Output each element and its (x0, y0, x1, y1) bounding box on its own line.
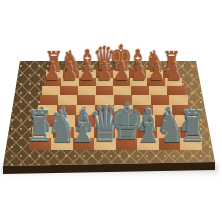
square-c6[interactable] (78, 86, 96, 95)
square-g6[interactable] (149, 86, 167, 95)
piece-copper-p-a7[interactable]: ♟ (44, 59, 61, 84)
piece-copper-p-g7[interactable]: ♟ (148, 59, 165, 84)
piece-copper-p-f7[interactable]: ♟ (131, 59, 148, 84)
square-b6[interactable] (60, 86, 78, 95)
piece-copper-p-h7[interactable]: ♟ (166, 59, 183, 84)
piece-copper-p-c7[interactable]: ♟ (79, 59, 96, 84)
chess-set-photo: ♜♞♝♛♚♝♞♜♟♟♟♟♟♟♟♟♟♟♟♟♟♟♟♟♜♞♝♛♚♝♞♜ (0, 0, 222, 222)
piece-pewter-r-h1[interactable]: ♜ (179, 107, 206, 149)
square-a6[interactable] (42, 86, 60, 95)
square-h6[interactable] (167, 86, 185, 95)
piece-copper-p-e7[interactable]: ♟ (114, 59, 131, 84)
piece-copper-p-b7[interactable]: ♟ (61, 59, 78, 84)
piece-copper-p-d7[interactable]: ♟ (96, 59, 113, 84)
